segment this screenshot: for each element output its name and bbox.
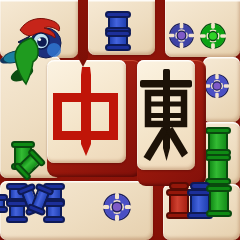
bamboo-stick-icon xyxy=(108,32,128,49)
east-wind-glyph xyxy=(137,60,195,170)
dot-purple-icon xyxy=(204,73,230,99)
dot-purple-icon xyxy=(102,192,132,222)
dot-blue-icon xyxy=(168,22,195,49)
mahjong-icon-board xyxy=(0,0,240,240)
bamboo-stick-icon xyxy=(0,196,5,211)
tile-east-wind[interactable] xyxy=(137,60,206,186)
dot-green-icon xyxy=(199,22,227,50)
bamboo-stick-icon xyxy=(208,129,228,154)
bamboo-stick-icon xyxy=(208,156,228,183)
tile-gap xyxy=(78,0,88,67)
parrot-mascot-icon xyxy=(0,8,70,88)
